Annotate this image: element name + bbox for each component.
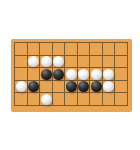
board-cell[interactable] [78, 68, 91, 81]
white-stone [78, 69, 89, 80]
white-stone [41, 94, 52, 105]
board-cell[interactable] [90, 43, 103, 56]
board-cell[interactable] [115, 68, 128, 81]
board-cell[interactable] [15, 43, 28, 56]
board-cell[interactable] [115, 56, 128, 69]
black-stone [53, 69, 64, 80]
board-cell[interactable] [90, 68, 103, 81]
board-cell[interactable] [40, 43, 53, 56]
board-cell[interactable] [53, 56, 66, 69]
board-cell[interactable] [90, 81, 103, 94]
go-sticker-background [0, 0, 140, 150]
board-cell[interactable] [103, 81, 116, 94]
board-cell[interactable] [115, 93, 128, 106]
black-stone [41, 69, 52, 80]
board-cell[interactable] [78, 93, 91, 106]
board-cell[interactable] [28, 56, 41, 69]
white-stone [16, 81, 27, 92]
board-cell[interactable] [65, 81, 78, 94]
board-cell[interactable] [65, 68, 78, 81]
board-cell[interactable] [90, 56, 103, 69]
board-cell[interactable] [90, 93, 103, 106]
white-stone [53, 56, 64, 67]
white-stone [28, 56, 39, 67]
black-stone [78, 81, 89, 92]
board-cell[interactable] [115, 43, 128, 56]
board-cell[interactable] [40, 68, 53, 81]
board-cell[interactable] [15, 56, 28, 69]
board-cell[interactable] [78, 81, 91, 94]
board-cell[interactable] [40, 93, 53, 106]
black-stone [91, 81, 102, 92]
board-cell[interactable] [53, 43, 66, 56]
white-stone [103, 81, 114, 92]
white-stone [91, 69, 102, 80]
board-cell[interactable] [103, 68, 116, 81]
board-cell[interactable] [15, 68, 28, 81]
black-stone [28, 81, 39, 92]
go-board-grid [14, 42, 128, 106]
board-cell[interactable] [65, 43, 78, 56]
board-cell[interactable] [53, 81, 66, 94]
board-cell[interactable] [103, 93, 116, 106]
board-cell[interactable] [40, 56, 53, 69]
board-cell[interactable] [28, 43, 41, 56]
board-cell[interactable] [78, 56, 91, 69]
board-cell[interactable] [103, 56, 116, 69]
board-cell[interactable] [78, 43, 91, 56]
go-board [11, 39, 132, 112]
black-stone [66, 81, 77, 92]
board-cell[interactable] [53, 68, 66, 81]
board-cell[interactable] [28, 81, 41, 94]
board-cell[interactable] [65, 56, 78, 69]
white-stone [66, 69, 77, 80]
board-cell[interactable] [28, 68, 41, 81]
board-cell[interactable] [15, 93, 28, 106]
white-stone [103, 69, 114, 80]
board-cell[interactable] [15, 81, 28, 94]
white-stone [41, 56, 52, 67]
board-cell[interactable] [103, 43, 116, 56]
board-cell[interactable] [65, 93, 78, 106]
board-cell[interactable] [40, 81, 53, 94]
board-cell[interactable] [28, 93, 41, 106]
board-cell[interactable] [53, 93, 66, 106]
board-cell[interactable] [115, 81, 128, 94]
